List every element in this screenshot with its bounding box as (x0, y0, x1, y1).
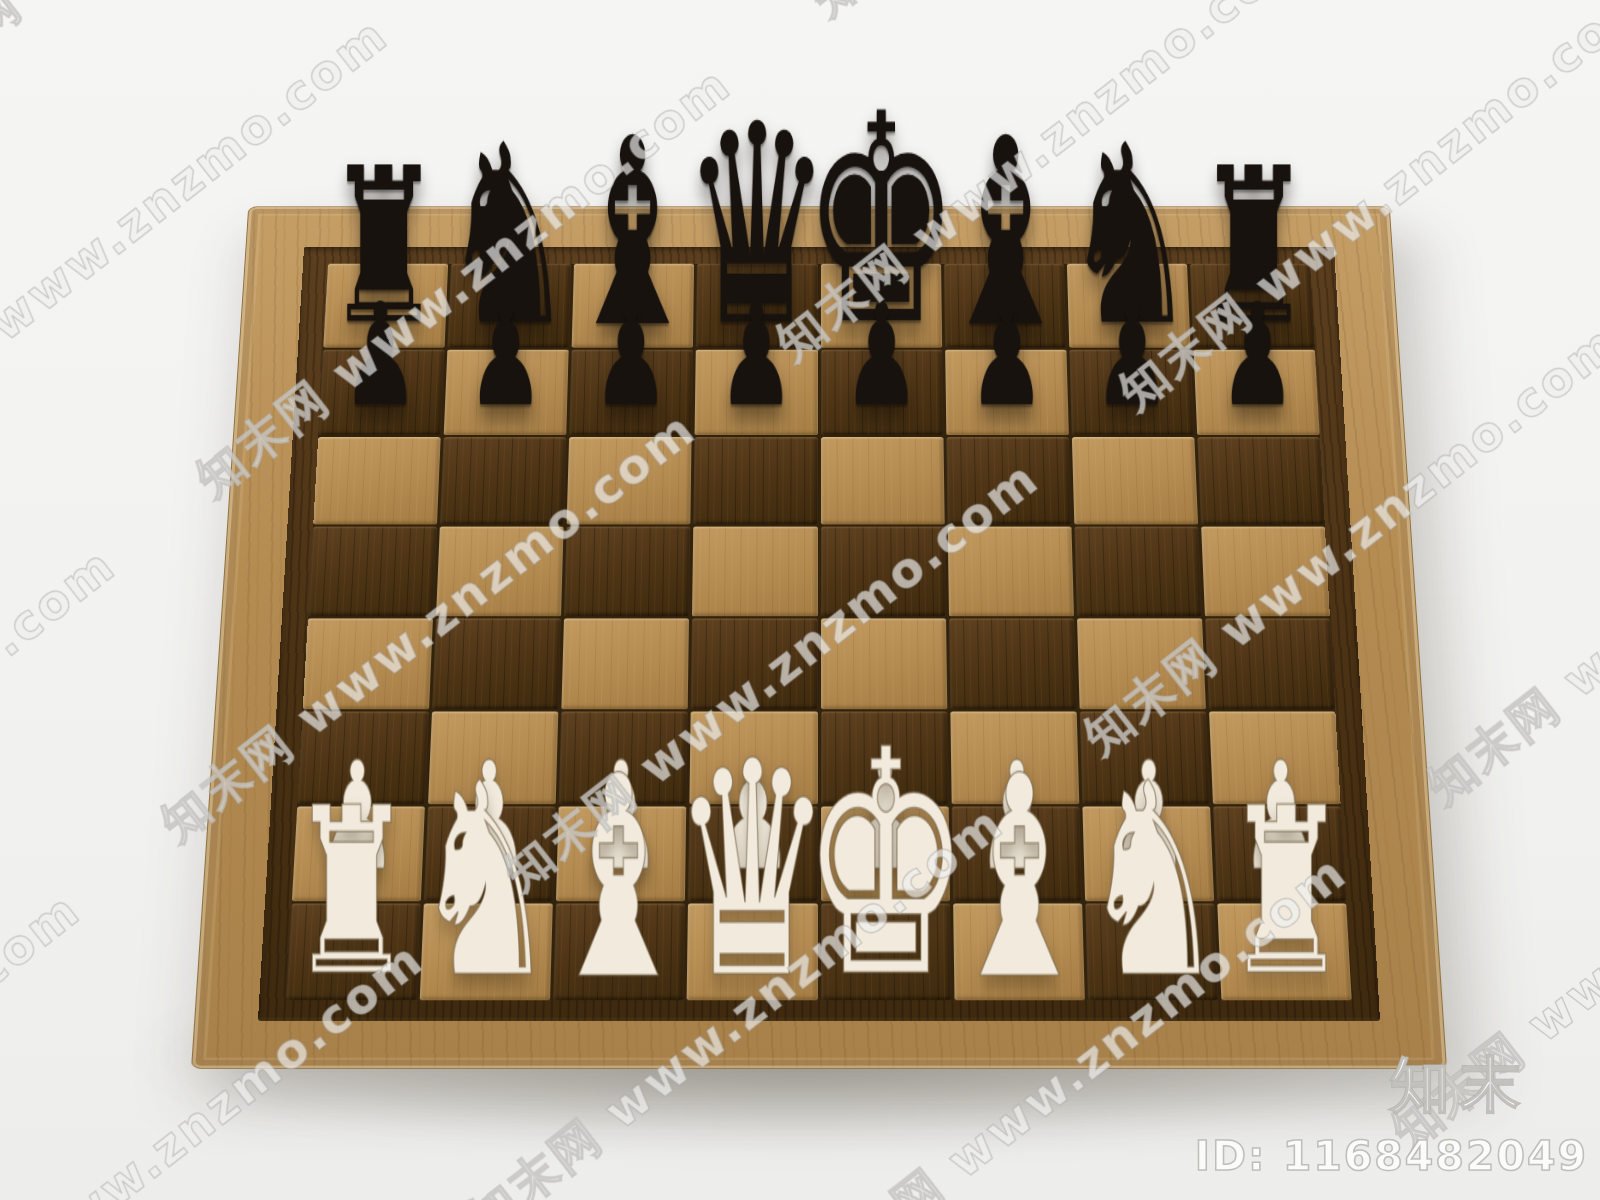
piece-black-pawn-g7[interactable]: ♟ (1094, 285, 1171, 427)
square-g6[interactable] (1072, 437, 1198, 524)
square-a5[interactable] (308, 527, 437, 616)
square-c4[interactable] (562, 618, 690, 709)
square-g7[interactable]: ♟ (1069, 350, 1194, 436)
piece-black-pawn-c7[interactable]: ♟ (592, 285, 669, 427)
piece-black-pawn-d7[interactable]: ♟ (718, 285, 795, 427)
piece-white-knight-g1[interactable]: ♞ (1081, 749, 1226, 1015)
square-c1[interactable]: ♝ (553, 903, 685, 1000)
square-h4[interactable] (1205, 618, 1335, 709)
square-d6[interactable] (694, 437, 818, 524)
piece-black-pawn-f7[interactable]: ♟ (969, 285, 1046, 427)
square-f7[interactable]: ♟ (945, 350, 1069, 436)
chess-board: ♜♞♝♛♚♝♞♜♟♟♟♟♟♟♟♟♟♟♟♟♟♟♟♟♜♞♝♛♚♝♞♜ (191, 206, 1447, 1068)
square-f6[interactable] (946, 437, 1071, 524)
square-h7[interactable]: ♟ (1193, 350, 1319, 436)
square-b6[interactable] (440, 437, 566, 524)
square-d1[interactable]: ♛ (687, 903, 817, 1000)
piece-black-pawn-a7[interactable]: ♟ (341, 285, 418, 427)
square-g4[interactable] (1077, 618, 1206, 709)
piece-black-pawn-b7[interactable]: ♟ (467, 285, 544, 427)
piece-black-pawn-h7[interactable]: ♟ (1219, 285, 1296, 427)
square-f1[interactable]: ♝ (953, 903, 1085, 1000)
board-frame: ♜♞♝♛♚♝♞♜♟♟♟♟♟♟♟♟♟♟♟♟♟♟♟♟♜♞♝♛♚♝♞♜ (191, 206, 1447, 1068)
piece-white-knight-b1[interactable]: ♞ (412, 749, 557, 1015)
square-e5[interactable] (820, 527, 945, 616)
piece-white-rook-h1[interactable]: ♜ (1224, 778, 1349, 1008)
square-h1[interactable]: ♜ (1217, 903, 1352, 1000)
square-e1[interactable]: ♚ (821, 903, 951, 1000)
scene: ♜♞♝♛♚♝♞♜♟♟♟♟♟♟♟♟♟♟♟♟♟♟♟♟♜♞♝♛♚♝♞♜ 知末网 www… (0, 0, 1600, 1200)
square-c6[interactable] (567, 437, 692, 524)
board-inner-border: ♜♞♝♛♚♝♞♜♟♟♟♟♟♟♟♟♟♟♟♟♟♟♟♟♜♞♝♛♚♝♞♜ (258, 247, 1380, 1021)
square-a6[interactable] (313, 437, 441, 524)
square-a1[interactable]: ♜ (286, 903, 421, 1000)
square-b5[interactable] (436, 527, 564, 616)
square-h6[interactable] (1197, 437, 1325, 524)
piece-white-rook-a1[interactable]: ♜ (289, 778, 414, 1008)
square-e6[interactable] (820, 437, 944, 524)
square-b4[interactable] (432, 618, 561, 709)
square-h5[interactable] (1201, 527, 1330, 616)
square-g5[interactable] (1074, 527, 1202, 616)
square-g1[interactable]: ♞ (1085, 903, 1218, 1000)
square-d4[interactable] (691, 618, 817, 709)
square-c7[interactable]: ♟ (569, 350, 693, 436)
square-b1[interactable]: ♞ (420, 903, 553, 1000)
piece-white-king-e1[interactable]: ♚ (801, 710, 970, 1021)
square-a4[interactable] (303, 618, 433, 709)
piece-black-pawn-e7[interactable]: ♟ (843, 285, 920, 427)
square-c5[interactable] (564, 527, 690, 616)
board-grid: ♜♞♝♛♚♝♞♜♟♟♟♟♟♟♟♟♟♟♟♟♟♟♟♟♜♞♝♛♚♝♞♜ (286, 264, 1351, 1000)
square-b7[interactable]: ♟ (444, 350, 569, 436)
square-f5[interactable] (947, 527, 1073, 616)
square-a7[interactable]: ♟ (318, 350, 444, 436)
square-d5[interactable] (692, 527, 817, 616)
